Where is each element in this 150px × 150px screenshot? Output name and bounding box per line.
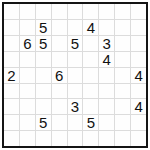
empty-cell[interactable] — [115, 4, 130, 19]
empty-cell[interactable] — [115, 131, 130, 146]
empty-cell[interactable] — [52, 84, 67, 99]
empty-cell[interactable] — [68, 131, 83, 146]
empty-cell[interactable] — [99, 20, 114, 35]
clue-cell: 4 — [99, 52, 114, 67]
empty-cell[interactable] — [131, 84, 146, 99]
empty-cell[interactable] — [52, 131, 67, 146]
empty-cell[interactable] — [4, 52, 19, 67]
clue-cell: 4 — [131, 68, 146, 83]
empty-cell[interactable] — [83, 99, 98, 114]
empty-cell[interactable] — [131, 20, 146, 35]
empty-cell[interactable] — [99, 4, 114, 19]
clue-cell: 3 — [99, 36, 114, 51]
clue-cell: 5 — [68, 36, 83, 51]
empty-cell[interactable] — [4, 115, 19, 130]
empty-cell[interactable] — [83, 36, 98, 51]
empty-cell[interactable] — [52, 36, 67, 51]
empty-cell[interactable] — [68, 4, 83, 19]
empty-cell[interactable] — [115, 52, 130, 67]
empty-cell[interactable] — [20, 115, 35, 130]
empty-cell[interactable] — [83, 131, 98, 146]
empty-cell[interactable] — [52, 20, 67, 35]
empty-cell[interactable] — [115, 115, 130, 130]
empty-cell[interactable] — [52, 52, 67, 67]
empty-cell[interactable] — [115, 68, 130, 83]
empty-cell[interactable] — [4, 131, 19, 146]
clue-cell: 4 — [131, 99, 146, 114]
empty-cell[interactable] — [36, 4, 51, 19]
empty-cell[interactable] — [83, 4, 98, 19]
clue-cell: 5 — [36, 115, 51, 130]
empty-cell[interactable] — [36, 52, 51, 67]
empty-cell[interactable] — [36, 84, 51, 99]
empty-cell[interactable] — [115, 36, 130, 51]
empty-cell[interactable] — [36, 131, 51, 146]
empty-cell[interactable] — [99, 131, 114, 146]
empty-cell[interactable] — [83, 84, 98, 99]
empty-cell[interactable] — [99, 115, 114, 130]
empty-cell[interactable] — [83, 68, 98, 83]
empty-cell[interactable] — [115, 20, 130, 35]
empty-cell[interactable] — [99, 99, 114, 114]
clue-cell: 2 — [4, 68, 19, 83]
empty-cell[interactable] — [52, 4, 67, 19]
clue-cell: 5 — [83, 115, 98, 130]
empty-cell[interactable] — [131, 4, 146, 19]
empty-cell[interactable] — [20, 131, 35, 146]
empty-cell[interactable] — [52, 115, 67, 130]
clue-cell: 6 — [52, 68, 67, 83]
empty-cell[interactable] — [68, 84, 83, 99]
empty-cell[interactable] — [68, 20, 83, 35]
clue-cell: 5 — [36, 20, 51, 35]
empty-cell[interactable] — [4, 4, 19, 19]
empty-cell[interactable] — [36, 99, 51, 114]
empty-cell[interactable] — [20, 99, 35, 114]
empty-cell[interactable] — [131, 52, 146, 67]
clue-cell: 6 — [20, 36, 35, 51]
empty-cell[interactable] — [20, 20, 35, 35]
empty-cell[interactable] — [99, 68, 114, 83]
empty-cell[interactable] — [99, 84, 114, 99]
empty-cell[interactable] — [68, 115, 83, 130]
empty-cell[interactable] — [83, 52, 98, 67]
empty-cell[interactable] — [68, 52, 83, 67]
empty-cell[interactable] — [4, 84, 19, 99]
empty-cell[interactable] — [115, 99, 130, 114]
empty-cell[interactable] — [4, 99, 19, 114]
empty-cell[interactable] — [131, 115, 146, 130]
empty-cell[interactable] — [20, 84, 35, 99]
empty-cell[interactable] — [36, 68, 51, 83]
empty-cell[interactable] — [4, 20, 19, 35]
empty-cell[interactable] — [20, 68, 35, 83]
empty-cell[interactable] — [115, 84, 130, 99]
empty-cell[interactable] — [4, 36, 19, 51]
empty-cell[interactable] — [20, 4, 35, 19]
empty-cell[interactable] — [68, 68, 83, 83]
clue-cell: 5 — [36, 36, 51, 51]
puzzle-board: 54655342643455 — [2, 2, 148, 148]
empty-cell[interactable] — [20, 52, 35, 67]
clue-cell: 3 — [68, 99, 83, 114]
empty-cell[interactable] — [52, 99, 67, 114]
empty-cell[interactable] — [131, 131, 146, 146]
clue-cell: 4 — [83, 20, 98, 35]
empty-cell[interactable] — [131, 36, 146, 51]
